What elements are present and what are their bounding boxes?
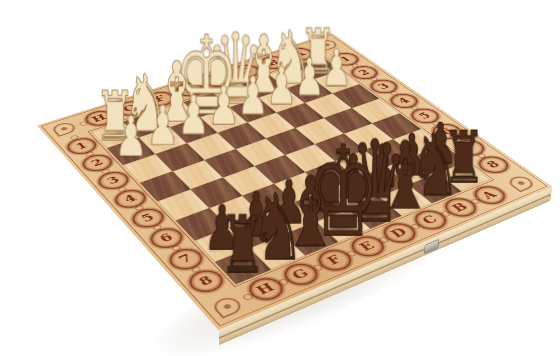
- file-label-top-label: H: [90, 113, 109, 123]
- file-label-bottom-label: C: [420, 214, 440, 226]
- rank-label-right-label: 4: [396, 96, 412, 105]
- rank-label-left-label: 2: [89, 157, 105, 167]
- square-e4[interactable]: [236, 138, 285, 166]
- file-label-top-label: F: [152, 95, 167, 104]
- label-ring: 7: [163, 245, 208, 274]
- rank-label-left-label: 6: [157, 232, 175, 244]
- label-ring: 8: [183, 266, 229, 296]
- label-ring: 2: [77, 151, 116, 174]
- rank-label-left-cell-6: 6: [140, 221, 193, 254]
- file-label-bottom-label: H: [254, 281, 277, 296]
- rank-label-left-label: 1: [74, 141, 90, 151]
- black-rook-h8[interactable]: ♜: [219, 205, 266, 285]
- rank-label-left-label: 4: [122, 193, 139, 204]
- file-label-top-label: G: [121, 104, 138, 114]
- file-label-bottom-label: E: [357, 240, 377, 253]
- label-ring: C: [408, 207, 452, 233]
- rank-label-right-label: 2: [356, 68, 372, 76]
- rank-label-left-cell-5: 5: [122, 202, 174, 234]
- label-ring: F: [312, 246, 358, 275]
- file-label-top-label: E: [181, 85, 197, 94]
- file-label-top-label: B: [265, 59, 282, 68]
- file-label-top-label: C: [238, 67, 254, 76]
- file-label-bottom-label: F: [325, 254, 345, 267]
- rank-label-right-label: 3: [376, 82, 392, 91]
- file-label-top-label: D: [209, 76, 226, 85]
- file-label-bottom-label: A: [480, 189, 500, 201]
- chess-board: HGFEDCBA HGFEDCBA 12345678 12345678 ♜♞♝♚…: [37, 33, 552, 330]
- rank-label-left-cell-7: 7: [159, 242, 213, 277]
- square-f3[interactable]: [187, 133, 236, 160]
- label-ring: H: [242, 274, 289, 304]
- square-b3[interactable]: [305, 93, 352, 118]
- rank-label-right-label: 1: [338, 55, 353, 63]
- label-ring: 5: [127, 205, 169, 231]
- label-ring: A: [468, 183, 511, 208]
- label-ring: 4: [110, 186, 151, 211]
- file-label-bottom-label: B: [450, 201, 471, 213]
- file-label-bottom-label: G: [290, 267, 312, 281]
- rank-label-left-cell-3: 3: [89, 166, 138, 195]
- label-ring: B: [438, 195, 482, 220]
- rank-label-left-label: 3: [105, 175, 122, 186]
- label-ring: 3: [93, 168, 133, 192]
- board-top-face: HGFEDCBA HGFEDCBA 12345678 12345678 ♜♞♝♚…: [37, 33, 552, 330]
- square-g4[interactable]: [173, 160, 223, 189]
- label-ring: 6: [145, 224, 188, 251]
- chess-set-photo: HGFEDCBA HGFEDCBA 12345678 12345678 ♜♞♝♚…: [0, 0, 560, 356]
- rank-label-left-label: 5: [139, 212, 157, 224]
- rank-label-left-label: 7: [176, 252, 195, 265]
- rank-label-left-label: 8: [196, 274, 215, 288]
- file-label-top-label: A: [292, 50, 308, 58]
- label-ring: D: [377, 220, 422, 247]
- label-ring: E: [345, 233, 390, 261]
- file-label-bottom-label: D: [389, 227, 410, 240]
- rank-label-right-label: 8: [484, 159, 502, 169]
- label-ring: G: [278, 260, 324, 290]
